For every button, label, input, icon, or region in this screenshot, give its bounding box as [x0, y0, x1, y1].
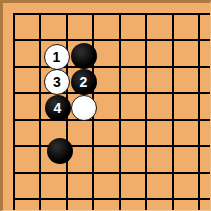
board-grid-lines: [13, 13, 210, 210]
stone-white-move-1[interactable]: 1: [44, 44, 70, 70]
stone-white-move-3[interactable]: 3: [44, 69, 70, 95]
stone-black-cf[interactable]: [47, 138, 73, 164]
go-board[interactable]: 1234: [0, 0, 211, 211]
stone-black-dc[interactable]: [71, 43, 97, 69]
stone-black-move-2[interactable]: 2: [71, 69, 97, 95]
move-number-label: 4: [54, 101, 62, 115]
stone-black-move-4[interactable]: 4: [45, 95, 71, 121]
stone-white-de[interactable]: [71, 95, 97, 121]
move-number-label: 1: [53, 50, 61, 64]
move-number-label: 2: [80, 75, 88, 89]
move-number-label: 3: [53, 75, 61, 89]
